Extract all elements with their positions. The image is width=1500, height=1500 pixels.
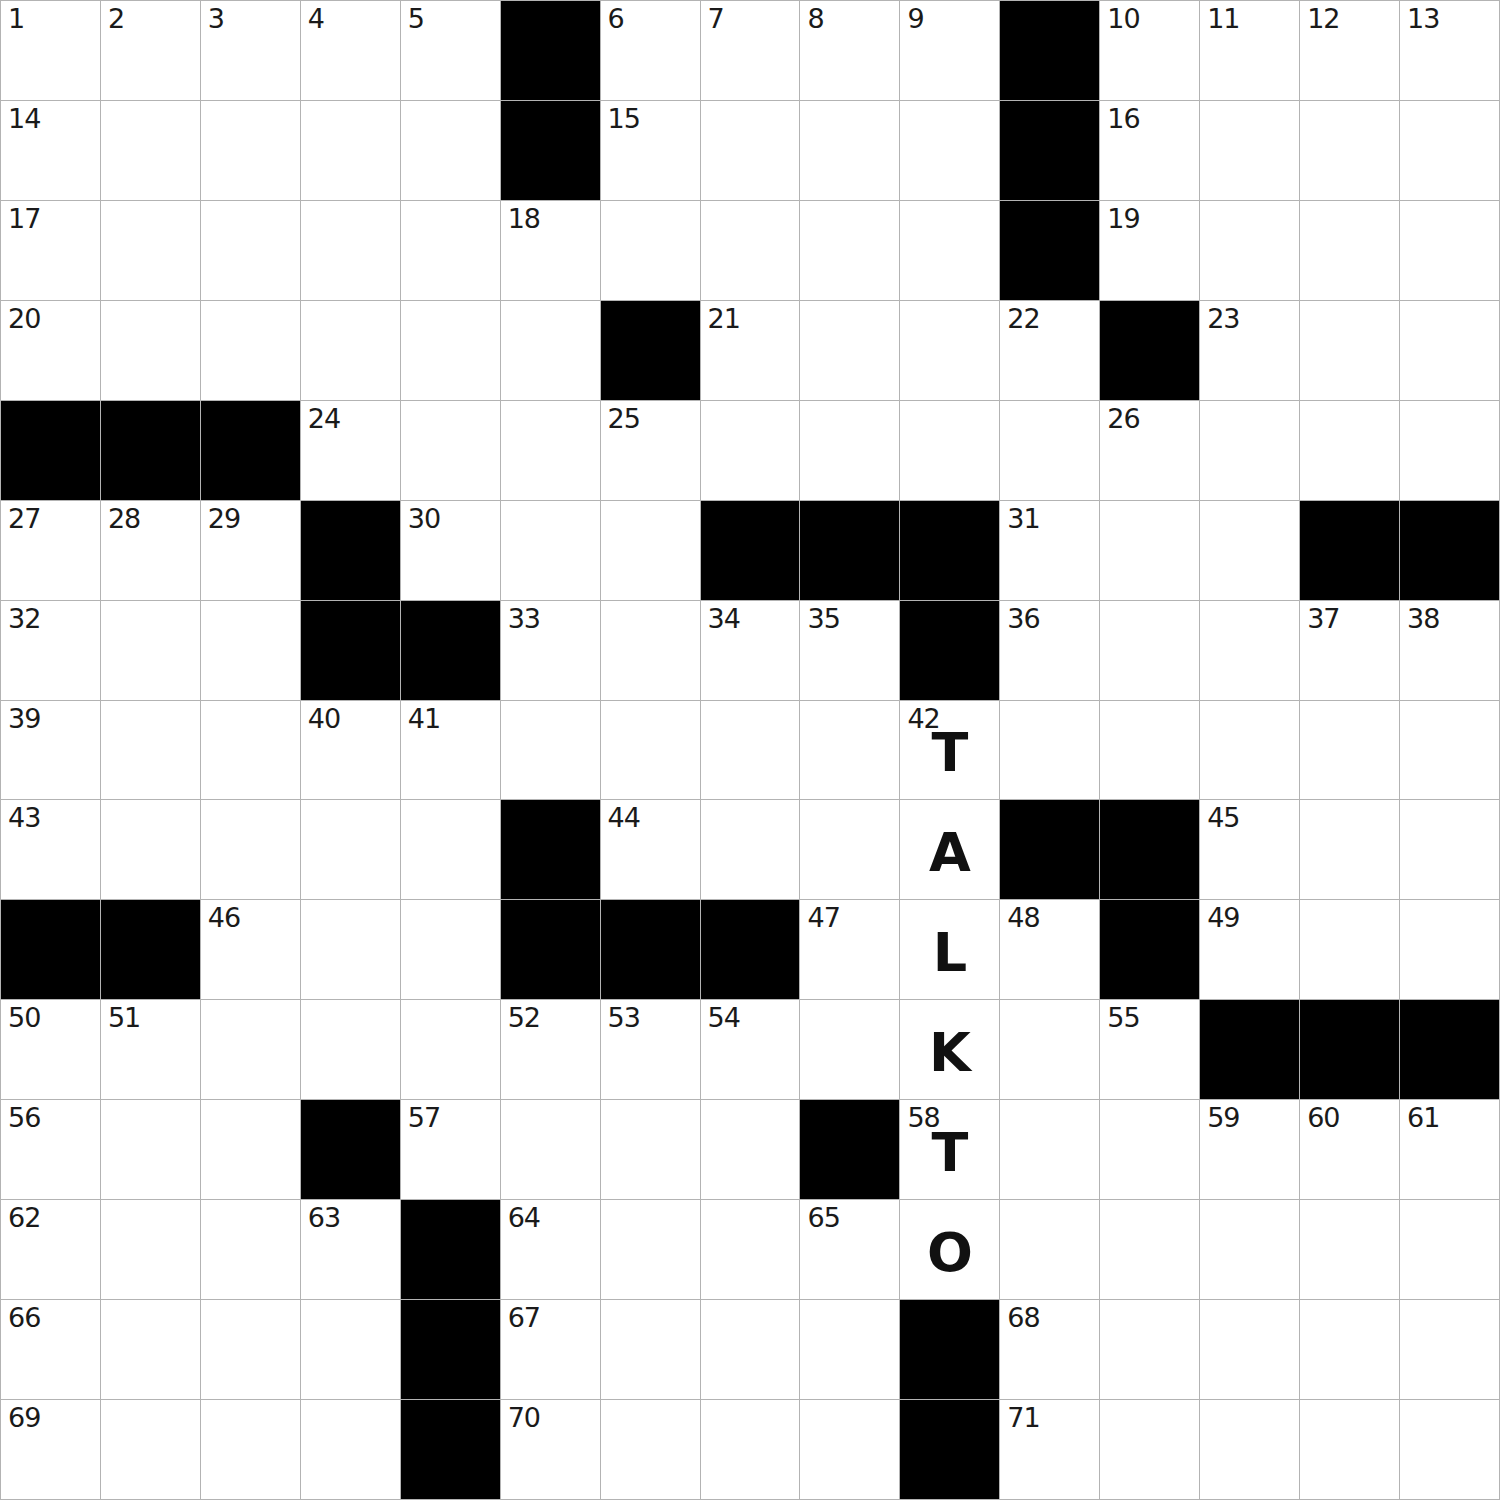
- cell-r3c1[interactable]: [101, 301, 200, 400]
- cell-r7c2[interactable]: [201, 701, 300, 800]
- cell-r11c4[interactable]: 57: [401, 1100, 500, 1199]
- cell-r0c12[interactable]: 11: [1200, 1, 1299, 100]
- clue-number: 9: [907, 5, 923, 32]
- cell-r4c14[interactable]: [1400, 401, 1499, 500]
- cell-r12c1[interactable]: [101, 1200, 200, 1299]
- cell-r12c5[interactable]: 64: [501, 1200, 600, 1299]
- cell-r7c10[interactable]: [1000, 701, 1099, 800]
- cell-r5c0[interactable]: 27: [1, 501, 100, 600]
- cell-r6c11[interactable]: [1100, 601, 1199, 700]
- cell-r8c3[interactable]: [301, 800, 400, 899]
- cell-r11c14[interactable]: 61: [1400, 1100, 1499, 1199]
- cell-r5c1[interactable]: 28: [101, 501, 200, 600]
- cell-r12c7[interactable]: [701, 1200, 800, 1299]
- cell-r7c6[interactable]: [601, 701, 700, 800]
- cell-r12c6[interactable]: [601, 1200, 700, 1299]
- cell-r2c0[interactable]: 17: [1, 201, 100, 300]
- clue-number: 14: [8, 105, 40, 132]
- cell-r10c10[interactable]: [1000, 1000, 1099, 1099]
- cell-r13c3[interactable]: [301, 1300, 400, 1399]
- cell-r6c13[interactable]: 37: [1300, 601, 1399, 700]
- cell-r6c10[interactable]: 36: [1000, 601, 1099, 700]
- clue-number: 51: [108, 1004, 140, 1031]
- cell-r11c0[interactable]: 56: [1, 1100, 100, 1199]
- cell-r14c11[interactable]: [1100, 1400, 1199, 1499]
- cell-r2c11[interactable]: 19: [1100, 201, 1199, 300]
- cell-r1c4[interactable]: [401, 101, 500, 200]
- cell-r14c3[interactable]: [301, 1400, 400, 1499]
- clue-number: 16: [1107, 105, 1139, 132]
- cell-r7c11[interactable]: [1100, 701, 1199, 800]
- cell-r1c9[interactable]: [900, 101, 999, 200]
- cell-r12c2[interactable]: [201, 1200, 300, 1299]
- cell-r14c12[interactable]: [1200, 1400, 1299, 1499]
- clue-number: 41: [408, 705, 440, 732]
- cell-r13c1[interactable]: [101, 1300, 200, 1399]
- cell-letter: O: [900, 1200, 999, 1299]
- clue-number: 24: [308, 405, 340, 432]
- cell-r7c4[interactable]: 41: [401, 701, 500, 800]
- clue-number: 4: [308, 5, 324, 32]
- cell-r5c12[interactable]: [1200, 501, 1299, 600]
- cell-r12c11[interactable]: [1100, 1200, 1199, 1299]
- cell-r0c11[interactable]: 10: [1100, 1, 1199, 100]
- cell-r1c6[interactable]: 15: [601, 101, 700, 200]
- black-cell-r0c5: [501, 1, 600, 100]
- cell-r11c11[interactable]: [1100, 1100, 1199, 1199]
- cell-r14c0[interactable]: 69: [1, 1400, 100, 1499]
- cell-r7c5[interactable]: [501, 701, 600, 800]
- cell-r8c0[interactable]: 43: [1, 800, 100, 899]
- black-cell-r6c9: [900, 601, 999, 700]
- cell-r3c2[interactable]: [201, 301, 300, 400]
- cell-r6c12[interactable]: [1200, 601, 1299, 700]
- cell-r4c3[interactable]: 24: [301, 401, 400, 500]
- cell-r1c14[interactable]: [1400, 101, 1499, 200]
- black-cell-r11c8: [800, 1100, 899, 1199]
- cell-r8c9[interactable]: A: [900, 800, 999, 899]
- cell-r8c14[interactable]: [1400, 800, 1499, 899]
- cell-r0c9[interactable]: 9: [900, 1, 999, 100]
- black-cell-r9c6: [601, 900, 700, 999]
- clue-number: 12: [1307, 5, 1339, 32]
- cell-r3c13[interactable]: [1300, 301, 1399, 400]
- cell-r3c14[interactable]: [1400, 301, 1499, 400]
- cell-r0c1[interactable]: 2: [101, 1, 200, 100]
- cell-r2c4[interactable]: [401, 201, 500, 300]
- cell-r0c6[interactable]: 6: [601, 1, 700, 100]
- cell-r10c7[interactable]: 54: [701, 1000, 800, 1099]
- black-cell-r10c12: [1200, 1000, 1299, 1099]
- black-cell-r4c0: [1, 401, 100, 500]
- cell-r8c4[interactable]: [401, 800, 500, 899]
- clue-number: 5: [408, 5, 424, 32]
- clue-number: 63: [308, 1204, 340, 1231]
- cell-r14c10[interactable]: 71: [1000, 1400, 1099, 1499]
- clue-number: 47: [807, 904, 839, 931]
- cell-r4c11[interactable]: 26: [1100, 401, 1199, 500]
- clue-number: 1: [8, 5, 24, 32]
- cell-r10c9[interactable]: K: [900, 1000, 999, 1099]
- clue-number: 62: [8, 1204, 40, 1231]
- clue-number: 56: [8, 1104, 40, 1131]
- cell-r7c3[interactable]: 40: [301, 701, 400, 800]
- cell-r7c1[interactable]: [101, 701, 200, 800]
- cell-r3c3[interactable]: [301, 301, 400, 400]
- cell-r0c2[interactable]: 3: [201, 1, 300, 100]
- cell-r7c13[interactable]: [1300, 701, 1399, 800]
- cell-r11c1[interactable]: [101, 1100, 200, 1199]
- cell-r9c3[interactable]: [301, 900, 400, 999]
- cell-r1c8[interactable]: [800, 101, 899, 200]
- cell-r3c4[interactable]: [401, 301, 500, 400]
- clue-number: 64: [508, 1204, 540, 1231]
- black-cell-r2c10: [1000, 201, 1099, 300]
- cell-r11c6[interactable]: [601, 1100, 700, 1199]
- cell-r10c2[interactable]: [201, 1000, 300, 1099]
- cell-r10c8[interactable]: [800, 1000, 899, 1099]
- clue-number: 67: [508, 1304, 540, 1331]
- clue-number: 25: [608, 405, 640, 432]
- clue-number: 11: [1207, 5, 1239, 32]
- cell-r12c0[interactable]: 62: [1, 1200, 100, 1299]
- clue-number: 48: [1007, 904, 1039, 931]
- cell-r14c8[interactable]: [800, 1400, 899, 1499]
- clue-number: 13: [1407, 5, 1439, 32]
- cell-r3c5[interactable]: [501, 301, 600, 400]
- cell-r0c0[interactable]: 1: [1, 1, 100, 100]
- cell-r6c7[interactable]: 34: [701, 601, 800, 700]
- clue-number: 26: [1107, 405, 1139, 432]
- black-cell-r11c3: [301, 1100, 400, 1199]
- cell-r0c14[interactable]: 13: [1400, 1, 1499, 100]
- cell-r2c5[interactable]: 18: [501, 201, 600, 300]
- cell-r10c1[interactable]: 51: [101, 1000, 200, 1099]
- cell-r7c12[interactable]: [1200, 701, 1299, 800]
- cell-r3c0[interactable]: 20: [1, 301, 100, 400]
- cell-r4c4[interactable]: [401, 401, 500, 500]
- cell-r10c4[interactable]: [401, 1000, 500, 1099]
- cell-r4c8[interactable]: [800, 401, 899, 500]
- black-cell-r5c13: [1300, 501, 1399, 600]
- cell-r3c7[interactable]: 21: [701, 301, 800, 400]
- black-cell-r4c2: [201, 401, 300, 500]
- cell-r9c10[interactable]: 48: [1000, 900, 1099, 999]
- cell-r8c12[interactable]: 45: [1200, 800, 1299, 899]
- cell-r12c9[interactable]: O: [900, 1200, 999, 1299]
- clue-number: 50: [8, 1004, 40, 1031]
- cell-r12c12[interactable]: [1200, 1200, 1299, 1299]
- cell-r13c8[interactable]: [800, 1300, 899, 1399]
- cell-r2c7[interactable]: [701, 201, 800, 300]
- cell-r1c1[interactable]: [101, 101, 200, 200]
- cell-r12c10[interactable]: [1000, 1200, 1099, 1299]
- cell-r13c0[interactable]: 66: [1, 1300, 100, 1399]
- cell-r11c5[interactable]: [501, 1100, 600, 1199]
- clue-number: 36: [1007, 605, 1039, 632]
- cell-r11c9[interactable]: 58T: [900, 1100, 999, 1199]
- clue-number: 3: [208, 5, 224, 32]
- cell-r8c8[interactable]: [800, 800, 899, 899]
- cell-r7c0[interactable]: 39: [1, 701, 100, 800]
- cell-r2c14[interactable]: [1400, 201, 1499, 300]
- clue-number: 8: [807, 5, 823, 32]
- black-cell-r9c5: [501, 900, 600, 999]
- clue-number: 71: [1007, 1404, 1039, 1431]
- black-cell-r4c1: [101, 401, 200, 500]
- cell-letter: A: [900, 800, 999, 899]
- cell-r4c7[interactable]: [701, 401, 800, 500]
- clue-number: 22: [1007, 305, 1039, 332]
- cell-r2c13[interactable]: [1300, 201, 1399, 300]
- cell-r6c1[interactable]: [101, 601, 200, 700]
- cell-r1c12[interactable]: [1200, 101, 1299, 200]
- cell-r12c14[interactable]: [1400, 1200, 1499, 1299]
- black-cell-r9c0: [1, 900, 100, 999]
- black-cell-r8c11: [1100, 800, 1199, 899]
- black-cell-r5c3: [301, 501, 400, 600]
- black-cell-r14c9: [900, 1400, 999, 1499]
- cell-r5c4[interactable]: 30: [401, 501, 500, 600]
- clue-number: 65: [807, 1204, 839, 1231]
- clue-number: 54: [708, 1004, 740, 1031]
- cell-r14c7[interactable]: [701, 1400, 800, 1499]
- black-cell-r1c10: [1000, 101, 1099, 200]
- cell-r1c3[interactable]: [301, 101, 400, 200]
- cell-r4c5[interactable]: [501, 401, 600, 500]
- clue-number: 20: [8, 305, 40, 332]
- cell-letter: T: [900, 1100, 999, 1199]
- black-cell-r5c8: [800, 501, 899, 600]
- black-cell-r10c13: [1300, 1000, 1399, 1099]
- cell-r10c0[interactable]: 50: [1, 1000, 100, 1099]
- cell-r1c2[interactable]: [201, 101, 300, 200]
- clue-number: 10: [1107, 5, 1139, 32]
- cell-r3c8[interactable]: [800, 301, 899, 400]
- cell-r5c10[interactable]: 31: [1000, 501, 1099, 600]
- cell-r0c7[interactable]: 7: [701, 1, 800, 100]
- cell-r11c2[interactable]: [201, 1100, 300, 1199]
- black-cell-r8c5: [501, 800, 600, 899]
- cell-r6c8[interactable]: 35: [800, 601, 899, 700]
- black-cell-r9c1: [101, 900, 200, 999]
- cell-r5c5[interactable]: [501, 501, 600, 600]
- clue-number: 17: [8, 205, 40, 232]
- black-cell-r1c5: [501, 101, 600, 200]
- black-cell-r6c4: [401, 601, 500, 700]
- cell-r6c5[interactable]: 33: [501, 601, 600, 700]
- cell-r9c8[interactable]: 47: [800, 900, 899, 999]
- cell-r14c13[interactable]: [1300, 1400, 1399, 1499]
- cell-r14c2[interactable]: [201, 1400, 300, 1499]
- cell-r9c12[interactable]: 49: [1200, 900, 1299, 999]
- cell-r1c13[interactable]: [1300, 101, 1399, 200]
- cell-r1c7[interactable]: [701, 101, 800, 200]
- cell-r2c6[interactable]: [601, 201, 700, 300]
- clue-number: 35: [807, 605, 839, 632]
- black-cell-r9c7: [701, 900, 800, 999]
- clue-number: 39: [8, 705, 40, 732]
- cell-r3c12[interactable]: 23: [1200, 301, 1299, 400]
- cell-r7c14[interactable]: [1400, 701, 1499, 800]
- clue-number: 37: [1307, 605, 1339, 632]
- clue-number: 44: [608, 804, 640, 831]
- cell-r9c4[interactable]: [401, 900, 500, 999]
- cell-r8c1[interactable]: [101, 800, 200, 899]
- cell-r0c4[interactable]: 5: [401, 1, 500, 100]
- cell-r4c13[interactable]: [1300, 401, 1399, 500]
- cell-r4c6[interactable]: 25: [601, 401, 700, 500]
- cell-r13c13[interactable]: [1300, 1300, 1399, 1399]
- cell-r13c6[interactable]: [601, 1300, 700, 1399]
- cell-r6c0[interactable]: 32: [1, 601, 100, 700]
- cell-r2c3[interactable]: [301, 201, 400, 300]
- black-cell-r13c9: [900, 1300, 999, 1399]
- clue-number: 29: [208, 505, 240, 532]
- clue-number: 69: [8, 1404, 40, 1431]
- cell-r9c9[interactable]: L: [900, 900, 999, 999]
- cell-r6c2[interactable]: [201, 601, 300, 700]
- black-cell-r5c7: [701, 501, 800, 600]
- cell-r2c8[interactable]: [800, 201, 899, 300]
- cell-r4c12[interactable]: [1200, 401, 1299, 500]
- clue-number: 34: [708, 605, 740, 632]
- cell-r0c3[interactable]: 4: [301, 1, 400, 100]
- cell-r1c11[interactable]: 16: [1100, 101, 1199, 200]
- cell-r13c5[interactable]: 67: [501, 1300, 600, 1399]
- cell-r11c7[interactable]: [701, 1100, 800, 1199]
- cell-r11c10[interactable]: [1000, 1100, 1099, 1199]
- cell-r13c14[interactable]: [1400, 1300, 1499, 1399]
- black-cell-r6c3: [301, 601, 400, 700]
- clue-number: 61: [1407, 1104, 1439, 1131]
- cell-r9c2[interactable]: 46: [201, 900, 300, 999]
- cell-r14c5[interactable]: 70: [501, 1400, 600, 1499]
- black-cell-r14c4: [401, 1400, 500, 1499]
- cell-r10c11[interactable]: 55: [1100, 1000, 1199, 1099]
- clue-number: 68: [1007, 1304, 1039, 1331]
- cell-r0c13[interactable]: 12: [1300, 1, 1399, 100]
- clue-number: 66: [8, 1304, 40, 1331]
- cell-letter: K: [900, 1000, 999, 1099]
- clue-number: 18: [508, 205, 540, 232]
- cell-r8c2[interactable]: [201, 800, 300, 899]
- cell-r13c7[interactable]: [701, 1300, 800, 1399]
- cell-r12c8[interactable]: 65: [800, 1200, 899, 1299]
- cell-r11c12[interactable]: 59: [1200, 1100, 1299, 1199]
- clue-number: 30: [408, 505, 440, 532]
- clue-number: 33: [508, 605, 540, 632]
- clue-number: 49: [1207, 904, 1239, 931]
- cell-r2c2[interactable]: [201, 201, 300, 300]
- black-cell-r3c6: [601, 301, 700, 400]
- cell-r5c2[interactable]: 29: [201, 501, 300, 600]
- cell-r12c13[interactable]: [1300, 1200, 1399, 1299]
- black-cell-r9c11: [1100, 900, 1199, 999]
- black-cell-r12c4: [401, 1200, 500, 1299]
- clue-number: 32: [8, 605, 40, 632]
- cell-r4c10[interactable]: [1000, 401, 1099, 500]
- clue-number: 59: [1207, 1104, 1239, 1131]
- cell-letter: L: [900, 900, 999, 999]
- cell-r0c8[interactable]: 8: [800, 1, 899, 100]
- black-cell-r13c4: [401, 1300, 500, 1399]
- cell-r10c5[interactable]: 52: [501, 1000, 600, 1099]
- cell-r13c12[interactable]: [1200, 1300, 1299, 1399]
- cell-r5c11[interactable]: [1100, 501, 1199, 600]
- cell-r14c6[interactable]: [601, 1400, 700, 1499]
- cell-r12c3[interactable]: 63: [301, 1200, 400, 1299]
- cell-r2c12[interactable]: [1200, 201, 1299, 300]
- cell-r5c6[interactable]: [601, 501, 700, 600]
- black-cell-r0c10: [1000, 1, 1099, 100]
- cell-r8c6[interactable]: 44: [601, 800, 700, 899]
- clue-number: 6: [608, 5, 624, 32]
- crossword-grid: 1234567891011121314151617181920212223242…: [0, 0, 1500, 1500]
- clue-number: 21: [708, 305, 740, 332]
- cell-r2c9[interactable]: [900, 201, 999, 300]
- cell-r8c13[interactable]: [1300, 800, 1399, 899]
- clue-number: 15: [608, 105, 640, 132]
- cell-r10c3[interactable]: [301, 1000, 400, 1099]
- clue-number: 46: [208, 904, 240, 931]
- black-cell-r5c14: [1400, 501, 1499, 600]
- cell-r10c6[interactable]: 53: [601, 1000, 700, 1099]
- cell-r13c2[interactable]: [201, 1300, 300, 1399]
- cell-r9c14[interactable]: [1400, 900, 1499, 999]
- cell-letter: T: [900, 701, 999, 800]
- clue-number: 38: [1407, 605, 1439, 632]
- clue-number: 2: [108, 5, 124, 32]
- clue-number: 31: [1007, 505, 1039, 532]
- cell-r4c9[interactable]: [900, 401, 999, 500]
- cell-r11c13[interactable]: 60: [1300, 1100, 1399, 1199]
- clue-number: 43: [8, 804, 40, 831]
- clue-number: 27: [8, 505, 40, 532]
- cell-r3c10[interactable]: 22: [1000, 301, 1099, 400]
- cell-r7c7[interactable]: [701, 701, 800, 800]
- clue-number: 53: [608, 1004, 640, 1031]
- cell-r6c14[interactable]: 38: [1400, 601, 1499, 700]
- cell-r1c0[interactable]: 14: [1, 101, 100, 200]
- clue-number: 28: [108, 505, 140, 532]
- clue-number: 57: [408, 1104, 440, 1131]
- clue-number: 70: [508, 1404, 540, 1431]
- clue-number: 52: [508, 1004, 540, 1031]
- cell-r7c8[interactable]: [800, 701, 899, 800]
- black-cell-r3c11: [1100, 301, 1199, 400]
- cell-r13c11[interactable]: [1100, 1300, 1199, 1399]
- black-cell-r5c9: [900, 501, 999, 600]
- clue-number: 23: [1207, 305, 1239, 332]
- cell-r8c7[interactable]: [701, 800, 800, 899]
- cell-r13c10[interactable]: 68: [1000, 1300, 1099, 1399]
- clue-number: 19: [1107, 205, 1139, 232]
- black-cell-r8c10: [1000, 800, 1099, 899]
- clue-number: 60: [1307, 1104, 1339, 1131]
- clue-number: 45: [1207, 804, 1239, 831]
- cell-r7c9[interactable]: 42T: [900, 701, 999, 800]
- cell-r14c1[interactable]: [101, 1400, 200, 1499]
- cell-r6c6[interactable]: [601, 601, 700, 700]
- cell-r2c1[interactable]: [101, 201, 200, 300]
- cell-r14c14[interactable]: [1400, 1400, 1499, 1499]
- cell-r9c13[interactable]: [1300, 900, 1399, 999]
- clue-number: 7: [708, 5, 724, 32]
- clue-number: 55: [1107, 1004, 1139, 1031]
- clue-number: 40: [308, 705, 340, 732]
- cell-r3c9[interactable]: [900, 301, 999, 400]
